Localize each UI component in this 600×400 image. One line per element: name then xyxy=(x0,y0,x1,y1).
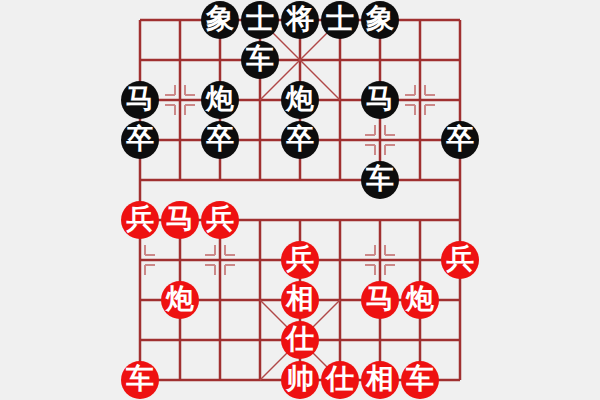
piece-glyph: 车 xyxy=(246,45,274,73)
xiangqi-board[interactable]: 象士将士象车马炮炮马卒卒卒卒车兵马兵兵兵炮相马炮仕车帅仕相车 xyxy=(0,0,600,400)
piece-glyph: 士 xyxy=(246,5,274,33)
piece-black-soldier[interactable]: 卒 xyxy=(121,121,159,159)
piece-black-chariot[interactable]: 车 xyxy=(361,161,399,199)
piece-glyph: 车 xyxy=(126,365,154,393)
piece-glyph: 炮 xyxy=(166,285,194,313)
piece-black-soldier[interactable]: 卒 xyxy=(201,121,239,159)
piece-red-soldier[interactable]: 兵 xyxy=(281,241,319,279)
piece-glyph: 马 xyxy=(126,85,154,113)
piece-red-horse[interactable]: 马 xyxy=(161,201,199,239)
piece-glyph: 炮 xyxy=(286,85,314,113)
piece-glyph: 卒 xyxy=(286,125,314,153)
piece-black-soldier[interactable]: 卒 xyxy=(441,121,479,159)
piece-red-cannon[interactable]: 炮 xyxy=(161,281,199,319)
piece-red-soldier[interactable]: 兵 xyxy=(121,201,159,239)
piece-glyph: 相 xyxy=(366,365,394,393)
piece-black-advisor[interactable]: 士 xyxy=(241,1,279,39)
piece-glyph: 马 xyxy=(366,85,394,113)
piece-glyph: 兵 xyxy=(126,205,154,233)
piece-glyph: 兵 xyxy=(286,245,314,273)
piece-glyph: 炮 xyxy=(406,285,434,313)
piece-black-horse[interactable]: 马 xyxy=(121,81,159,119)
piece-red-chariot[interactable]: 车 xyxy=(401,361,439,399)
piece-black-chariot[interactable]: 车 xyxy=(241,41,279,79)
piece-glyph: 马 xyxy=(166,205,194,233)
piece-glyph: 兵 xyxy=(446,245,474,273)
piece-glyph: 卒 xyxy=(446,125,474,153)
piece-red-cannon[interactable]: 炮 xyxy=(401,281,439,319)
piece-black-elephant[interactable]: 象 xyxy=(361,1,399,39)
piece-red-elephant[interactable]: 相 xyxy=(361,361,399,399)
piece-black-elephant[interactable]: 象 xyxy=(201,1,239,39)
piece-glyph: 象 xyxy=(206,5,234,33)
piece-glyph: 卒 xyxy=(126,125,154,153)
piece-red-chariot[interactable]: 车 xyxy=(121,361,159,399)
piece-red-soldier[interactable]: 兵 xyxy=(441,241,479,279)
piece-red-king[interactable]: 帅 xyxy=(281,361,319,399)
piece-glyph: 相 xyxy=(286,285,314,313)
piece-glyph: 车 xyxy=(406,365,434,393)
piece-glyph: 车 xyxy=(366,165,394,193)
piece-black-horse[interactable]: 马 xyxy=(361,81,399,119)
piece-glyph: 马 xyxy=(366,285,394,313)
piece-black-king[interactable]: 将 xyxy=(281,1,319,39)
piece-red-advisor[interactable]: 仕 xyxy=(321,361,359,399)
piece-red-horse[interactable]: 马 xyxy=(361,281,399,319)
piece-red-soldier[interactable]: 兵 xyxy=(201,201,239,239)
piece-black-cannon[interactable]: 炮 xyxy=(201,81,239,119)
piece-black-advisor[interactable]: 士 xyxy=(321,1,359,39)
piece-glyph: 炮 xyxy=(206,85,234,113)
piece-black-soldier[interactable]: 卒 xyxy=(281,121,319,159)
piece-red-elephant[interactable]: 相 xyxy=(281,281,319,319)
board-intersections-grid[interactable]: 象士将士象车马炮炮马卒卒卒卒车兵马兵兵兵炮相马炮仕车帅仕相车 xyxy=(120,0,480,400)
piece-black-cannon[interactable]: 炮 xyxy=(281,81,319,119)
piece-glyph: 士 xyxy=(326,5,354,33)
piece-glyph: 仕 xyxy=(286,325,314,353)
piece-glyph: 仕 xyxy=(326,365,354,393)
piece-glyph: 将 xyxy=(286,5,314,33)
piece-glyph: 兵 xyxy=(206,205,234,233)
piece-glyph: 帅 xyxy=(286,365,314,393)
piece-glyph: 象 xyxy=(366,5,394,33)
piece-glyph: 卒 xyxy=(206,125,234,153)
piece-red-advisor[interactable]: 仕 xyxy=(281,321,319,359)
